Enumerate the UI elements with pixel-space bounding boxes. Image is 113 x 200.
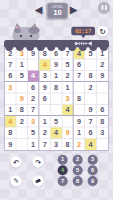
level-badge: LEVEL 10 — [47, 3, 68, 19]
cell-r6c1[interactable]: 1 — [5, 105, 16, 116]
cell-r4c9[interactable] — [97, 82, 108, 93]
cell-r8c6[interactable]: 9 — [62, 127, 73, 138]
timer-pointer — [81, 35, 86, 38]
undo-icon: ↶ — [13, 158, 19, 166]
numpad-button-5[interactable]: 5 — [73, 165, 83, 175]
cell-r2c2[interactable]: 1 — [16, 59, 27, 70]
cell-r4c3[interactable]: 6 — [28, 82, 39, 93]
cell-r5c2[interactable]: 9 — [16, 93, 27, 104]
cell-r5c3[interactable]: 2 — [28, 93, 39, 104]
cell-r7c4[interactable]: 1 — [39, 116, 50, 127]
undo-button[interactable]: ↶ — [10, 156, 21, 167]
cell-r8c1[interactable]: 8 — [5, 127, 16, 138]
cell-r2c4[interactable]: 4 — [39, 59, 50, 70]
cell-r6c2[interactable]: 8 — [16, 105, 27, 116]
cell-r8c9[interactable]: 3 — [97, 127, 108, 138]
prev-level-button[interactable]: ◀ — [35, 5, 43, 15]
pause-icon — [101, 5, 103, 10]
cell-r7c6[interactable] — [62, 116, 73, 127]
numpad: 123456789 — [58, 155, 98, 186]
cell-r6c9[interactable]: 6 — [97, 105, 108, 116]
cell-r4c5[interactable]: 8 — [51, 82, 62, 93]
cell-r2c8[interactable] — [85, 59, 96, 70]
cell-r2c3[interactable] — [28, 59, 39, 70]
cell-r7c7[interactable]: 9 — [74, 116, 85, 127]
cell-r6c7[interactable] — [74, 105, 85, 116]
cell-r4c6[interactable]: 1 — [62, 82, 73, 93]
cell-r9c6[interactable]: 8 — [62, 139, 73, 150]
cell-r7c3[interactable]: 3 — [28, 116, 39, 127]
cell-r9c8[interactable]: 4 — [85, 139, 96, 150]
cell-r5c5[interactable] — [51, 93, 62, 104]
cell-r2c5[interactable]: 9 — [51, 59, 62, 70]
numpad-button-1[interactable]: 1 — [58, 155, 68, 165]
pencil-icon: ✎ — [13, 177, 19, 185]
cell-r6c6[interactable]: 4 — [62, 105, 73, 116]
cell-r9c9[interactable] — [97, 139, 108, 150]
cell-r5c8[interactable] — [85, 93, 96, 104]
sudoku-board: 2398674517149562654312789369812926381874… — [4, 47, 109, 151]
pause-icon — [105, 5, 107, 10]
next-level-button[interactable]: ▶ — [70, 5, 78, 15]
cell-r6c8[interactable]: 9 — [85, 105, 96, 116]
redo-icon: ↷ — [35, 158, 41, 166]
numpad-button-6[interactable]: 6 — [88, 165, 98, 175]
cell-r3c3[interactable]: 4 — [28, 71, 39, 82]
timer-value: 02:17 — [75, 28, 91, 34]
cell-r8c8[interactable]: 6 — [85, 127, 96, 138]
cell-r8c7[interactable]: 1 — [74, 127, 85, 138]
cell-r7c8[interactable]: 7 — [85, 116, 96, 127]
cell-r8c4[interactable]: 2 — [39, 127, 50, 138]
cell-r5c6[interactable]: 3 — [62, 93, 73, 104]
cell-r3c7[interactable]: 7 — [74, 71, 85, 82]
cell-r2c7[interactable]: 6 — [74, 59, 85, 70]
cell-r3c4[interactable]: 3 — [39, 71, 50, 82]
cell-r5c9[interactable] — [97, 93, 108, 104]
cell-r8c3[interactable]: 5 — [28, 127, 39, 138]
cell-r9c2[interactable] — [16, 139, 27, 150]
redo-button[interactable]: ↷ — [32, 156, 43, 167]
cell-r5c7[interactable]: 8 — [74, 93, 85, 104]
cell-r2c9[interactable]: 2 — [97, 59, 108, 70]
numpad-button-2[interactable]: 2 — [73, 155, 83, 165]
cell-r7c9[interactable]: 8 — [97, 116, 108, 127]
pencil-button[interactable]: ✎ — [10, 175, 21, 186]
cell-r2c1[interactable]: 7 — [5, 59, 16, 70]
pause-button[interactable] — [98, 2, 110, 14]
cell-r9c4[interactable]: 7 — [39, 139, 50, 150]
eraser-button[interactable] — [32, 175, 43, 186]
cell-r9c3[interactable]: 1 — [28, 139, 39, 150]
cell-r8c2[interactable] — [16, 127, 27, 138]
cell-r3c6[interactable]: 2 — [62, 71, 73, 82]
numpad-button-9[interactable]: 9 — [88, 176, 98, 186]
cell-r3c5[interactable]: 1 — [51, 71, 62, 82]
cell-r6c3[interactable]: 7 — [28, 105, 39, 116]
numpad-button-4[interactable]: 4 — [58, 165, 68, 175]
cell-r5c1[interactable] — [5, 93, 16, 104]
fish-skeleton-icon — [74, 41, 93, 48]
cell-r8c5[interactable]: 4 — [51, 127, 62, 138]
eraser-icon — [35, 178, 42, 185]
cell-r4c1[interactable]: 3 — [5, 82, 16, 93]
cell-r6c5[interactable] — [51, 105, 62, 116]
cell-r4c2[interactable] — [16, 82, 27, 93]
cell-r6c4[interactable] — [39, 105, 50, 116]
cell-r7c1[interactable]: 4 — [5, 116, 16, 127]
cell-r9c7[interactable]: 2 — [74, 139, 85, 150]
cell-r3c1[interactable]: 6 — [5, 71, 16, 82]
cell-r7c5[interactable]: 5 — [51, 116, 62, 127]
cell-r4c4[interactable]: 9 — [39, 82, 50, 93]
cell-r7c2[interactable]: 2 — [16, 116, 27, 127]
cell-r4c8[interactable]: 2 — [85, 82, 96, 93]
cell-r5c4[interactable]: 6 — [39, 93, 50, 104]
restart-icon: ↻ — [99, 27, 105, 34]
numpad-button-7[interactable]: 7 — [58, 176, 68, 186]
numpad-button-3[interactable]: 3 — [88, 155, 98, 165]
cell-r2c6[interactable]: 5 — [62, 59, 73, 70]
cell-r4c7[interactable] — [74, 82, 85, 93]
level-value: 10 — [53, 8, 62, 16]
cell-r3c9[interactable]: 9 — [97, 71, 108, 82]
game-screen: ◀ LEVEL 10 ▶ 02:17 ↻ — [0, 0, 113, 200]
cell-r9c1[interactable]: 9 — [5, 139, 16, 150]
restart-button[interactable]: ↻ — [97, 26, 108, 37]
numpad-button-8[interactable]: 8 — [73, 176, 83, 186]
cell-r3c8[interactable]: 8 — [85, 71, 96, 82]
cell-r9c5[interactable]: 3 — [51, 139, 62, 150]
cell-r3c2[interactable]: 5 — [16, 71, 27, 82]
